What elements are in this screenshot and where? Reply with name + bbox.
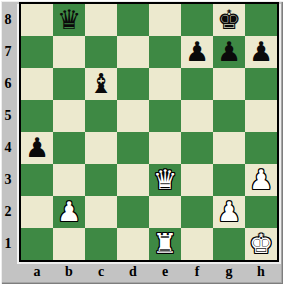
square-g2[interactable]: ♟ — [213, 196, 245, 228]
rank-label-6: 6 — [0, 68, 16, 100]
square-h1[interactable]: ♚ — [245, 228, 277, 260]
square-b4[interactable] — [53, 132, 85, 164]
piece-black-bishop[interactable]: ♝ — [89, 70, 113, 97]
file-label-d: d — [117, 261, 149, 282]
square-a7[interactable] — [21, 36, 53, 68]
file-label-g: g — [213, 261, 245, 282]
square-f3[interactable] — [181, 164, 213, 196]
board: ♛♚♟♟♟♝♟♛♟♟♟♜♚ — [19, 2, 279, 262]
rank-label-1: 1 — [0, 228, 16, 260]
file-label-b: b — [53, 261, 85, 282]
square-c7[interactable] — [85, 36, 117, 68]
square-g5[interactable] — [213, 100, 245, 132]
piece-white-pawn[interactable]: ♟ — [57, 198, 81, 225]
square-d8[interactable] — [117, 4, 149, 36]
rank-label-3: 3 — [0, 164, 16, 196]
square-e3[interactable]: ♛ — [149, 164, 181, 196]
square-h8[interactable] — [245, 4, 277, 36]
square-g8[interactable]: ♚ — [213, 4, 245, 36]
piece-white-queen[interactable]: ♛ — [153, 166, 177, 193]
square-h2[interactable] — [245, 196, 277, 228]
square-f8[interactable] — [181, 4, 213, 36]
square-c5[interactable] — [85, 100, 117, 132]
square-b6[interactable] — [53, 68, 85, 100]
piece-black-pawn[interactable]: ♟ — [185, 38, 209, 65]
square-a5[interactable] — [21, 100, 53, 132]
square-b1[interactable] — [53, 228, 85, 260]
rank-label-8: 8 — [0, 4, 16, 36]
file-label-f: f — [181, 261, 213, 282]
file-labels: abcdefgh — [21, 261, 277, 282]
square-g1[interactable] — [213, 228, 245, 260]
square-f6[interactable] — [181, 68, 213, 100]
square-e8[interactable] — [149, 4, 181, 36]
square-f4[interactable] — [181, 132, 213, 164]
square-e2[interactable] — [149, 196, 181, 228]
square-c8[interactable] — [85, 4, 117, 36]
square-e1[interactable]: ♜ — [149, 228, 181, 260]
square-d2[interactable] — [117, 196, 149, 228]
square-f7[interactable]: ♟ — [181, 36, 213, 68]
square-c1[interactable] — [85, 228, 117, 260]
square-a8[interactable] — [21, 4, 53, 36]
rank-label-7: 7 — [0, 36, 16, 68]
piece-white-rook[interactable]: ♜ — [153, 230, 177, 257]
square-h4[interactable] — [245, 132, 277, 164]
square-e7[interactable] — [149, 36, 181, 68]
square-g6[interactable] — [213, 68, 245, 100]
square-c3[interactable] — [85, 164, 117, 196]
square-c6[interactable]: ♝ — [85, 68, 117, 100]
file-label-c: c — [85, 261, 117, 282]
square-g7[interactable]: ♟ — [213, 36, 245, 68]
piece-black-queen[interactable]: ♛ — [57, 6, 81, 33]
file-label-a: a — [21, 261, 53, 282]
piece-black-pawn[interactable]: ♟ — [25, 134, 49, 161]
square-f2[interactable] — [181, 196, 213, 228]
piece-white-king[interactable]: ♚ — [249, 230, 273, 257]
square-h7[interactable]: ♟ — [245, 36, 277, 68]
chess-diagram-frame: 87654321 ♛♚♟♟♟♝♟♛♟♟♟♜♚ abcdefgh — [0, 0, 283, 284]
square-b3[interactable] — [53, 164, 85, 196]
square-d1[interactable] — [117, 228, 149, 260]
square-c2[interactable] — [85, 196, 117, 228]
square-d4[interactable] — [117, 132, 149, 164]
piece-black-pawn[interactable]: ♟ — [249, 38, 273, 65]
square-a2[interactable] — [21, 196, 53, 228]
square-a6[interactable] — [21, 68, 53, 100]
square-g3[interactable] — [213, 164, 245, 196]
square-g4[interactable] — [213, 132, 245, 164]
square-f1[interactable] — [181, 228, 213, 260]
rank-label-2: 2 — [0, 196, 16, 228]
square-d3[interactable] — [117, 164, 149, 196]
square-a3[interactable] — [21, 164, 53, 196]
square-h5[interactable] — [245, 100, 277, 132]
square-e5[interactable] — [149, 100, 181, 132]
square-b7[interactable] — [53, 36, 85, 68]
piece-black-king[interactable]: ♚ — [217, 6, 241, 33]
square-h3[interactable]: ♟ — [245, 164, 277, 196]
piece-white-pawn[interactable]: ♟ — [249, 166, 273, 193]
square-h6[interactable] — [245, 68, 277, 100]
file-label-h: h — [245, 261, 277, 282]
square-a4[interactable]: ♟ — [21, 132, 53, 164]
square-d5[interactable] — [117, 100, 149, 132]
square-e6[interactable] — [149, 68, 181, 100]
square-a1[interactable] — [21, 228, 53, 260]
square-d6[interactable] — [117, 68, 149, 100]
rank-label-5: 5 — [0, 100, 16, 132]
rank-label-4: 4 — [0, 132, 16, 164]
square-c4[interactable] — [85, 132, 117, 164]
square-b5[interactable] — [53, 100, 85, 132]
file-label-e: e — [149, 261, 181, 282]
square-f5[interactable] — [181, 100, 213, 132]
square-b2[interactable]: ♟ — [53, 196, 85, 228]
rank-labels: 87654321 — [0, 4, 16, 260]
piece-white-pawn[interactable]: ♟ — [217, 198, 241, 225]
square-e4[interactable] — [149, 132, 181, 164]
square-d7[interactable] — [117, 36, 149, 68]
piece-black-pawn[interactable]: ♟ — [217, 38, 241, 65]
square-b8[interactable]: ♛ — [53, 4, 85, 36]
